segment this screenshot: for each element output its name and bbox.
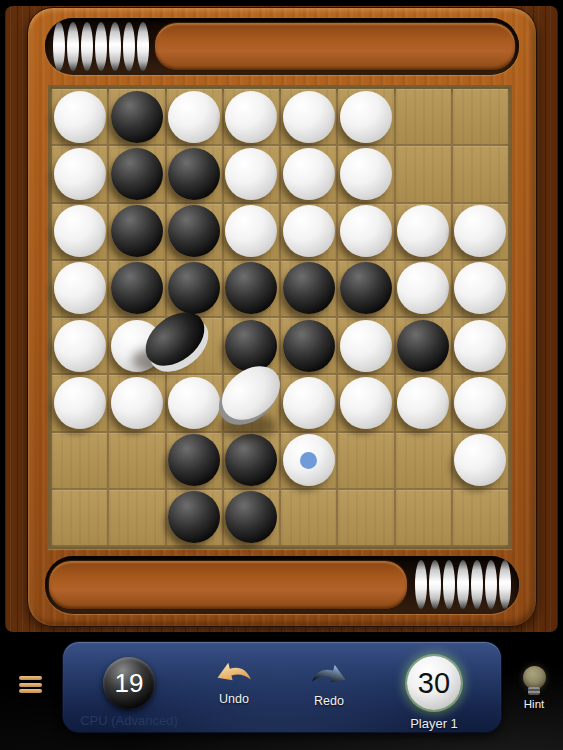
board-cell-r2c4[interactable] — [224, 146, 279, 201]
board-cell-r4c5[interactable] — [281, 261, 336, 316]
redo-label: Redo — [314, 694, 344, 708]
white-disc — [225, 205, 277, 257]
white-disc — [397, 262, 449, 314]
board-cell-r1c6[interactable] — [338, 89, 393, 144]
board-cell-r3c4[interactable] — [224, 204, 279, 259]
black-disc — [225, 320, 277, 372]
board-cell-r1c4[interactable] — [224, 89, 279, 144]
redo-button[interactable]: Redo — [299, 661, 359, 708]
board-cell-r3c3[interactable] — [167, 204, 222, 259]
board-cell-r8c8[interactable] — [453, 490, 508, 545]
board-cell-r7c5[interactable] — [281, 433, 336, 488]
tray-cover — [48, 560, 408, 610]
bottom-toolbar: 19 CPU (Advanced) Undo — [0, 632, 563, 750]
board-cell-r4c3[interactable] — [167, 261, 222, 316]
board-cell-r6c5[interactable] — [281, 375, 336, 430]
stored-disc-edge — [499, 560, 511, 609]
board-cell-r5c6[interactable] — [338, 318, 393, 373]
board-cell-r8c1[interactable] — [52, 490, 107, 545]
board-cell-r3c2[interactable] — [109, 204, 164, 259]
white-score-disc: 30 — [407, 656, 461, 710]
stored-disc-edge — [67, 22, 79, 71]
white-disc — [54, 205, 106, 257]
stored-disc-edge — [81, 22, 93, 71]
white-disc — [283, 377, 335, 429]
board-cell-r8c3[interactable] — [167, 490, 222, 545]
stored-disc-edge — [415, 560, 427, 609]
black-score-disc: 19 — [103, 657, 155, 709]
board-cell-r2c7[interactable] — [396, 146, 451, 201]
board-cell-r7c6[interactable] — [338, 433, 393, 488]
menu-button[interactable] — [19, 676, 42, 696]
white-disc — [340, 205, 392, 257]
board-cell-r4c2[interactable] — [109, 261, 164, 316]
black-disc — [168, 205, 220, 257]
board-cell-r1c5[interactable] — [281, 89, 336, 144]
black-disc — [283, 320, 335, 372]
hamburger-icon — [19, 676, 42, 680]
board-cell-r5c7[interactable] — [396, 318, 451, 373]
board-cell-r8c7[interactable] — [396, 490, 451, 545]
board-grid — [48, 85, 512, 549]
board-cell-r2c6[interactable] — [338, 146, 393, 201]
board-frame — [27, 7, 537, 627]
lightbulb-icon — [523, 666, 546, 689]
black-disc — [168, 262, 220, 314]
toolbar-panel: 19 CPU (Advanced) Undo — [62, 641, 502, 733]
board-cell-r5c5[interactable] — [281, 318, 336, 373]
board-cell-r4c4[interactable] — [224, 261, 279, 316]
white-disc — [54, 262, 106, 314]
stored-disc-edge — [485, 560, 497, 609]
board-cell-r4c6[interactable] — [338, 261, 393, 316]
board-cell-r5c8[interactable] — [453, 318, 508, 373]
board-cell-r1c1[interactable] — [52, 89, 107, 144]
black-disc — [397, 320, 449, 372]
stored-disc-edge — [457, 560, 469, 609]
black-disc — [111, 262, 163, 314]
stored-disc-edge — [123, 22, 135, 71]
board-cell-r6c8[interactable] — [453, 375, 508, 430]
white-disc — [397, 205, 449, 257]
board-cell-r1c8[interactable] — [453, 89, 508, 144]
white-disc — [454, 434, 506, 486]
white-disc — [283, 434, 335, 486]
stored-disc-edge — [471, 560, 483, 609]
board-cell-r8c6[interactable] — [338, 490, 393, 545]
hint-label: Hint — [524, 698, 544, 710]
white-disc — [54, 148, 106, 200]
tray-cover — [154, 22, 516, 71]
stored-disc-edge — [429, 560, 441, 609]
black-disc — [168, 491, 220, 543]
board-cell-r3c7[interactable] — [396, 204, 451, 259]
black-disc — [283, 262, 335, 314]
board-cell-r3c8[interactable] — [453, 204, 508, 259]
black-score: 19 — [115, 668, 144, 699]
board-cell-r6c6[interactable] — [338, 375, 393, 430]
white-disc — [225, 148, 277, 200]
undo-button[interactable]: Undo — [204, 659, 264, 706]
board-cell-r4c1[interactable] — [52, 261, 107, 316]
stored-disc-edge — [95, 22, 107, 71]
stored-disc-edge — [443, 560, 455, 609]
white-score: 30 — [418, 667, 450, 700]
stored-disc-edge — [109, 22, 121, 71]
board-cell-r8c2[interactable] — [109, 490, 164, 545]
black-player-label: CPU (Advanced) — [63, 713, 195, 728]
white-disc — [340, 148, 392, 200]
board-cell-r3c5[interactable] — [281, 204, 336, 259]
board-cell-r6c3[interactable] — [167, 375, 222, 430]
white-disc — [168, 91, 220, 143]
white-disc — [54, 91, 106, 143]
black-disc — [111, 148, 163, 200]
board-cell-r6c7[interactable] — [396, 375, 451, 430]
white-disc — [54, 377, 106, 429]
black-disc — [225, 491, 277, 543]
board-cell-r7c3[interactable] — [167, 433, 222, 488]
redo-arrow-icon — [310, 661, 348, 691]
black-disc — [225, 262, 277, 314]
black-disc — [168, 434, 220, 486]
white-disc — [111, 377, 163, 429]
last-move-dot — [300, 452, 317, 469]
board-cell-r7c8[interactable] — [453, 433, 508, 488]
white-disc — [283, 148, 335, 200]
board-cell-r6c2[interactable] — [109, 375, 164, 430]
white-disc — [168, 377, 220, 429]
white-disc — [225, 91, 277, 143]
flipping-disc-black — [142, 317, 208, 361]
tray-stored-discs — [53, 22, 149, 71]
white-disc — [283, 91, 335, 143]
stored-disc-edge — [53, 22, 65, 71]
board-cell-r7c2[interactable] — [109, 433, 164, 488]
black-disc — [111, 205, 163, 257]
board-cell-r2c1[interactable] — [52, 146, 107, 201]
white-disc — [340, 320, 392, 372]
white-disc — [340, 377, 392, 429]
white-player-label: Player 1 — [368, 716, 500, 731]
board-cell-r5c4[interactable] — [224, 318, 279, 373]
hint-button[interactable]: Hint — [505, 666, 563, 710]
black-disc — [168, 148, 220, 200]
board-cell-r3c1[interactable] — [52, 204, 107, 259]
board-cell-r2c3[interactable] — [167, 146, 222, 201]
board-cell-r2c8[interactable] — [453, 146, 508, 201]
board-cell-r8c4[interactable] — [224, 490, 279, 545]
board-cell-r2c5[interactable] — [281, 146, 336, 201]
disc-tray-top — [45, 18, 519, 75]
black-disc — [340, 262, 392, 314]
white-disc — [454, 262, 506, 314]
board-cell-r3c6[interactable] — [338, 204, 393, 259]
board-cell-r5c1[interactable] — [52, 318, 107, 373]
white-disc — [283, 205, 335, 257]
undo-label: Undo — [219, 692, 249, 706]
board-cell-r7c4[interactable] — [224, 433, 279, 488]
flipping-disc-white — [219, 370, 283, 416]
tray-stored-discs — [415, 560, 511, 609]
board-cell-r7c1[interactable] — [52, 433, 107, 488]
white-disc — [454, 205, 506, 257]
white-disc — [454, 320, 506, 372]
board-cell-r7c7[interactable] — [396, 433, 451, 488]
white-disc — [54, 320, 106, 372]
black-disc — [225, 434, 277, 486]
white-disc — [454, 377, 506, 429]
board-cell-r4c8[interactable] — [453, 261, 508, 316]
board-cell-r1c2[interactable] — [109, 89, 164, 144]
board-cell-r4c7[interactable] — [396, 261, 451, 316]
disc-tray-bottom — [45, 556, 519, 614]
board-cell-r2c2[interactable] — [109, 146, 164, 201]
white-disc — [340, 91, 392, 143]
black-disc — [111, 91, 163, 143]
board-cell-r6c1[interactable] — [52, 375, 107, 430]
board-cell-r1c3[interactable] — [167, 89, 222, 144]
stored-disc-edge — [137, 22, 149, 71]
undo-arrow-icon — [215, 659, 253, 689]
board-cell-r8c5[interactable] — [281, 490, 336, 545]
board-cell-r1c7[interactable] — [396, 89, 451, 144]
white-disc — [397, 377, 449, 429]
reversi-app-screen: 19 CPU (Advanced) Undo — [0, 0, 563, 750]
